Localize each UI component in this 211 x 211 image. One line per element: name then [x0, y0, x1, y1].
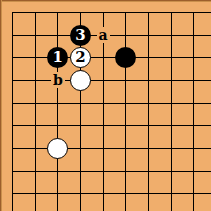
board-point [69, 69, 92, 92]
stone-number: 2 [75, 50, 85, 65]
black-stone [115, 47, 136, 68]
board-point: 1 [47, 47, 70, 70]
white-stone [70, 70, 91, 91]
point-label-b: b [51, 72, 65, 88]
black-stone: 3 [70, 25, 91, 46]
point-label-a: a [97, 27, 110, 43]
stone-number: 1 [53, 50, 63, 65]
stone-number: 3 [75, 28, 85, 43]
white-stone [47, 138, 68, 159]
frame-top-edge-inner [0, 1, 211, 2]
frame-left-edge-inner [1, 0, 2, 211]
go-corner-diagram: 312ab [0, 0, 211, 211]
white-stone: 2 [70, 47, 91, 68]
black-stone: 1 [47, 47, 68, 68]
board-point: 3 [69, 24, 92, 47]
board-point [114, 47, 137, 70]
board-point: b [47, 69, 70, 92]
board-point [47, 137, 70, 160]
go-board: 312ab [1, 1, 205, 205]
board-point: a [92, 24, 115, 47]
board-point: 2 [69, 47, 92, 70]
